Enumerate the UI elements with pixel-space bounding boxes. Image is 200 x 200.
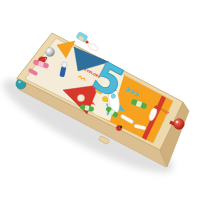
- pinball-scene: EXPLORE Janod: [0, 0, 200, 200]
- cloud-print: [87, 42, 99, 52]
- triangle-ball-hole: [77, 94, 84, 101]
- steel-ball: [45, 47, 54, 56]
- product-photo: EXPLORE Janod: [0, 0, 200, 200]
- rail-red-dot: [85, 40, 88, 43]
